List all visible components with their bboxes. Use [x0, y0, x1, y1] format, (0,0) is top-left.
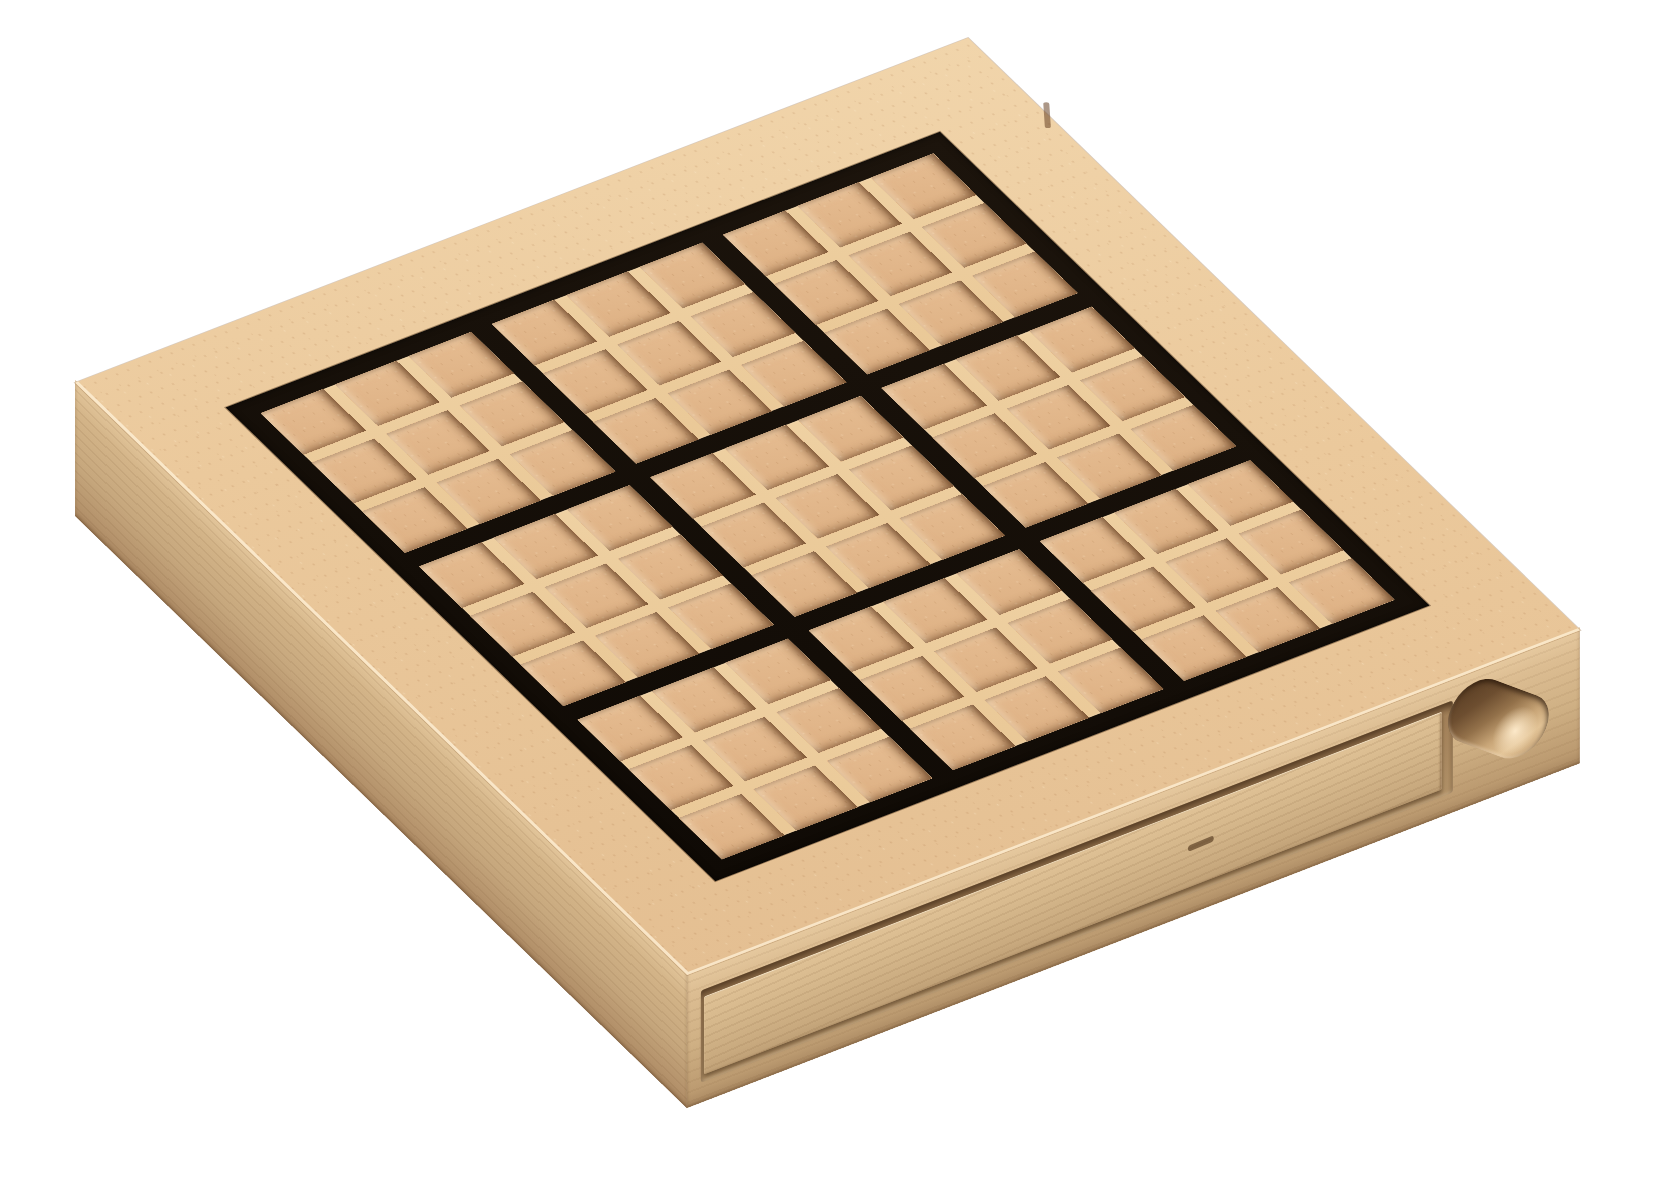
- drawer-wood-knot: [1188, 835, 1214, 852]
- product-photo-canvas: [0, 0, 1655, 1200]
- wood-grain-knot: [1043, 102, 1051, 128]
- drawer-finger-hole[interactable]: [1436, 671, 1561, 766]
